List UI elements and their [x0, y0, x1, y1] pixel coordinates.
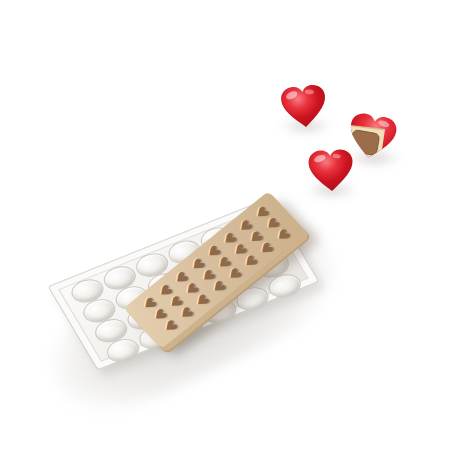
product-photo: ♥♥♥♥♥♥♥♥♥♥♥♥♥♥♥♥♥♥♥♥♥♥♥♥ [0, 0, 452, 452]
chocolate-heart [306, 148, 356, 194]
chocolate-heart [278, 83, 330, 132]
